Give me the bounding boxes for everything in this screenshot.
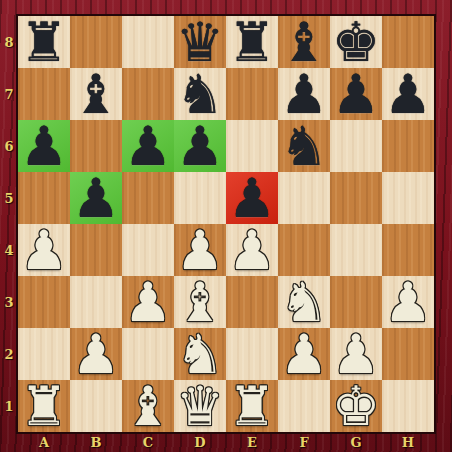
- piece-black-knight[interactable]: ♞: [280, 120, 328, 174]
- piece-black-rook[interactable]: ♜: [20, 16, 68, 70]
- file-label-d: D: [174, 432, 226, 452]
- rank-label-6: 6: [0, 120, 18, 172]
- square-h2[interactable]: [382, 328, 434, 380]
- square-d1[interactable]: ♛: [174, 380, 226, 432]
- square-c4[interactable]: [122, 224, 174, 276]
- rank-label-1: 1: [0, 380, 18, 432]
- file-label-b: B: [70, 432, 122, 452]
- piece-white-queen[interactable]: ♛: [176, 380, 224, 434]
- square-b5[interactable]: ♟: [70, 172, 122, 224]
- square-d2[interactable]: ♞: [174, 328, 226, 380]
- piece-white-pawn[interactable]: ♟: [72, 328, 120, 382]
- square-g1[interactable]: ♚: [330, 380, 382, 432]
- square-b4[interactable]: [70, 224, 122, 276]
- square-d3[interactable]: ♝: [174, 276, 226, 328]
- square-b3[interactable]: [70, 276, 122, 328]
- square-g5[interactable]: [330, 172, 382, 224]
- square-b8[interactable]: [70, 16, 122, 68]
- square-e6[interactable]: [226, 120, 278, 172]
- square-f2[interactable]: ♟: [278, 328, 330, 380]
- piece-black-pawn[interactable]: ♟: [20, 120, 68, 174]
- piece-black-pawn[interactable]: ♟: [228, 172, 276, 226]
- square-h1[interactable]: [382, 380, 434, 432]
- square-g8[interactable]: ♚: [330, 16, 382, 68]
- square-h5[interactable]: [382, 172, 434, 224]
- piece-black-bishop[interactable]: ♝: [72, 68, 120, 122]
- piece-black-king[interactable]: ♚: [332, 16, 380, 70]
- square-e1[interactable]: ♜: [226, 380, 278, 432]
- file-labels: ABCDEFGH: [18, 432, 434, 452]
- square-e3[interactable]: [226, 276, 278, 328]
- square-a8[interactable]: ♜: [18, 16, 70, 68]
- square-d7[interactable]: ♞: [174, 68, 226, 120]
- square-g4[interactable]: [330, 224, 382, 276]
- square-a6[interactable]: ♟: [18, 120, 70, 172]
- square-f5[interactable]: [278, 172, 330, 224]
- piece-white-knight[interactable]: ♞: [176, 328, 224, 382]
- piece-black-rook[interactable]: ♜: [228, 16, 276, 70]
- square-e4[interactable]: ♟: [226, 224, 278, 276]
- chess-board: ♜♛♜♝♚♝♞♟♟♟♟♟♟♞♟♟♟♟♟♟♝♞♟♟♞♟♟♜♝♛♜♚: [18, 16, 434, 432]
- piece-black-pawn[interactable]: ♟: [72, 172, 120, 226]
- square-c2[interactable]: [122, 328, 174, 380]
- piece-white-king[interactable]: ♚: [332, 380, 380, 434]
- square-d4[interactable]: ♟: [174, 224, 226, 276]
- rank-label-3: 3: [0, 276, 18, 328]
- square-d8[interactable]: ♛: [174, 16, 226, 68]
- file-label-f: F: [278, 432, 330, 452]
- square-h6[interactable]: [382, 120, 434, 172]
- square-c5[interactable]: [122, 172, 174, 224]
- square-g2[interactable]: ♟: [330, 328, 382, 380]
- piece-black-pawn[interactable]: ♟: [384, 68, 432, 122]
- square-b7[interactable]: ♝: [70, 68, 122, 120]
- piece-white-bishop[interactable]: ♝: [124, 380, 172, 434]
- piece-black-queen[interactable]: ♛: [176, 16, 224, 70]
- square-h7[interactable]: ♟: [382, 68, 434, 120]
- rank-label-4: 4: [0, 224, 18, 276]
- square-f4[interactable]: [278, 224, 330, 276]
- square-a5[interactable]: [18, 172, 70, 224]
- square-a3[interactable]: [18, 276, 70, 328]
- square-c7[interactable]: [122, 68, 174, 120]
- piece-white-rook[interactable]: ♜: [228, 380, 276, 434]
- square-g7[interactable]: ♟: [330, 68, 382, 120]
- piece-white-pawn[interactable]: ♟: [124, 276, 172, 330]
- piece-black-knight[interactable]: ♞: [176, 68, 224, 122]
- square-h3[interactable]: ♟: [382, 276, 434, 328]
- square-e5[interactable]: ♟: [226, 172, 278, 224]
- piece-white-pawn[interactable]: ♟: [280, 328, 328, 382]
- file-label-e: E: [226, 432, 278, 452]
- square-h4[interactable]: [382, 224, 434, 276]
- square-c3[interactable]: ♟: [122, 276, 174, 328]
- square-g3[interactable]: [330, 276, 382, 328]
- square-h8[interactable]: [382, 16, 434, 68]
- piece-black-pawn[interactable]: ♟: [280, 68, 328, 122]
- piece-white-knight[interactable]: ♞: [280, 276, 328, 330]
- board-frame: 87654321 ♜♛♜♝♚♝♞♟♟♟♟♟♟♞♟♟♟♟♟♟♝♞♟♟♞♟♟♜♝♛♜…: [0, 0, 452, 452]
- square-c8[interactable]: [122, 16, 174, 68]
- piece-white-pawn[interactable]: ♟: [176, 224, 224, 278]
- file-label-a: A: [18, 432, 70, 452]
- piece-white-pawn[interactable]: ♟: [332, 328, 380, 382]
- file-label-g: G: [330, 432, 382, 452]
- square-f7[interactable]: ♟: [278, 68, 330, 120]
- square-b2[interactable]: ♟: [70, 328, 122, 380]
- piece-white-rook[interactable]: ♜: [20, 380, 68, 434]
- square-b1[interactable]: [70, 380, 122, 432]
- square-c6[interactable]: ♟: [122, 120, 174, 172]
- square-e7[interactable]: [226, 68, 278, 120]
- file-label-c: C: [122, 432, 174, 452]
- rank-label-2: 2: [0, 328, 18, 380]
- piece-black-bishop[interactable]: ♝: [280, 16, 328, 70]
- rank-label-7: 7: [0, 68, 18, 120]
- rank-label-8: 8: [0, 16, 18, 68]
- square-g6[interactable]: [330, 120, 382, 172]
- file-label-h: H: [382, 432, 434, 452]
- piece-white-pawn[interactable]: ♟: [384, 276, 432, 330]
- square-f3[interactable]: ♞: [278, 276, 330, 328]
- square-f8[interactable]: ♝: [278, 16, 330, 68]
- square-a2[interactable]: [18, 328, 70, 380]
- piece-black-pawn[interactable]: ♟: [332, 68, 380, 122]
- piece-white-pawn[interactable]: ♟: [228, 224, 276, 278]
- square-e2[interactable]: [226, 328, 278, 380]
- rank-label-5: 5: [0, 172, 18, 224]
- square-a7[interactable]: [18, 68, 70, 120]
- square-a4[interactable]: ♟: [18, 224, 70, 276]
- square-f6[interactable]: ♞: [278, 120, 330, 172]
- square-a1[interactable]: ♜: [18, 380, 70, 432]
- piece-black-pawn[interactable]: ♟: [176, 120, 224, 174]
- square-b6[interactable]: [70, 120, 122, 172]
- square-d5[interactable]: [174, 172, 226, 224]
- square-e8[interactable]: ♜: [226, 16, 278, 68]
- square-c1[interactable]: ♝: [122, 380, 174, 432]
- rank-labels: 87654321: [0, 16, 18, 432]
- square-f1[interactable]: [278, 380, 330, 432]
- square-d6[interactable]: ♟: [174, 120, 226, 172]
- piece-black-pawn[interactable]: ♟: [124, 120, 172, 174]
- piece-white-bishop[interactable]: ♝: [176, 276, 224, 330]
- piece-white-pawn[interactable]: ♟: [20, 224, 68, 278]
